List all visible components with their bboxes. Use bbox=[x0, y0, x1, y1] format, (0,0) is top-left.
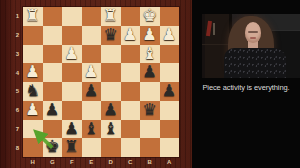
square-e4[interactable]: ♟ bbox=[82, 63, 102, 82]
file-label-g: G bbox=[43, 157, 63, 167]
file-label-a: A bbox=[160, 157, 180, 167]
person-face bbox=[245, 22, 261, 43]
person-torso bbox=[224, 48, 286, 78]
file-label-d: D bbox=[101, 157, 121, 167]
black-pawn[interactable]: ♟ bbox=[160, 82, 180, 101]
square-d4[interactable] bbox=[101, 63, 121, 82]
rank-label-5: 5 bbox=[13, 82, 22, 101]
square-b7[interactable] bbox=[140, 120, 160, 139]
person-eyes bbox=[248, 31, 258, 33]
square-h6[interactable]: ♟ bbox=[23, 101, 43, 120]
square-g6[interactable]: ♟ bbox=[43, 101, 63, 120]
square-d1[interactable]: ♜ bbox=[101, 7, 121, 26]
rank-labels: 12345678 bbox=[13, 7, 22, 157]
square-b1[interactable]: ♚ bbox=[140, 7, 160, 26]
square-h1[interactable]: ♜ bbox=[23, 7, 43, 26]
square-e3[interactable] bbox=[82, 45, 102, 64]
square-b5[interactable] bbox=[140, 82, 160, 101]
white-pawn[interactable]: ♟ bbox=[23, 101, 43, 120]
square-g8[interactable]: ♚ bbox=[43, 138, 63, 157]
square-a3[interactable] bbox=[160, 45, 180, 64]
file-label-f: F bbox=[62, 157, 82, 167]
square-a2[interactable]: ♟ bbox=[160, 26, 180, 45]
black-queen[interactable]: ♛ bbox=[101, 26, 121, 45]
square-a5[interactable]: ♟ bbox=[160, 82, 180, 101]
square-g7[interactable] bbox=[43, 120, 63, 139]
black-king[interactable]: ♚ bbox=[43, 138, 63, 157]
file-labels: HGFEDCBA bbox=[23, 157, 179, 167]
square-c3[interactable] bbox=[121, 45, 141, 64]
square-h5[interactable]: ♞ bbox=[23, 82, 43, 101]
black-knight[interactable]: ♞ bbox=[23, 82, 43, 101]
person-mouth bbox=[250, 37, 256, 39]
square-g4[interactable] bbox=[43, 63, 63, 82]
square-h2[interactable] bbox=[23, 26, 43, 45]
caption-text: Piece activity is everything. bbox=[192, 83, 300, 92]
screenshot-stage: 12345678 ♜♜♚♛♟♟♟♟♝♟♟♟♞♟♟♟♟♟♛♟♝♝♚♜ HGFEDC… bbox=[0, 0, 300, 168]
square-h3[interactable] bbox=[23, 45, 43, 64]
square-f4[interactable] bbox=[62, 63, 82, 82]
webcam-video[interactable] bbox=[202, 14, 300, 78]
book-spine bbox=[213, 23, 215, 35]
white-pawn[interactable]: ♟ bbox=[82, 63, 102, 82]
rank-label-2: 2 bbox=[13, 26, 22, 45]
chess-app-panel: 12345678 ♜♜♚♛♟♟♟♟♝♟♟♟♞♟♟♟♟♟♛♟♝♝♚♜ HGFEDC… bbox=[0, 0, 192, 168]
square-c4[interactable] bbox=[121, 63, 141, 82]
black-bishop[interactable]: ♝ bbox=[82, 120, 102, 139]
square-g5[interactable] bbox=[43, 82, 63, 101]
square-c1[interactable] bbox=[121, 7, 141, 26]
file-label-c: C bbox=[121, 157, 141, 167]
square-g2[interactable] bbox=[43, 26, 63, 45]
square-f8[interactable]: ♜ bbox=[62, 138, 82, 157]
rank-label-7: 7 bbox=[13, 120, 22, 139]
square-e5[interactable]: ♟ bbox=[82, 82, 102, 101]
rank-label-4: 4 bbox=[13, 63, 22, 82]
square-f6[interactable] bbox=[62, 101, 82, 120]
rank-label-3: 3 bbox=[13, 45, 22, 64]
white-pawn[interactable]: ♟ bbox=[23, 63, 43, 82]
square-f5[interactable] bbox=[62, 82, 82, 101]
square-d3[interactable] bbox=[101, 45, 121, 64]
square-a1[interactable] bbox=[160, 7, 180, 26]
square-e7[interactable]: ♝ bbox=[82, 120, 102, 139]
white-pawn[interactable]: ♟ bbox=[62, 45, 82, 64]
square-b3[interactable]: ♝ bbox=[140, 45, 160, 64]
black-pawn[interactable]: ♟ bbox=[43, 101, 63, 120]
square-b4[interactable]: ♟ bbox=[140, 63, 160, 82]
square-a8[interactable] bbox=[160, 138, 180, 157]
rank-label-6: 6 bbox=[13, 101, 22, 120]
square-b2[interactable]: ♟ bbox=[140, 26, 160, 45]
square-e8[interactable] bbox=[82, 138, 102, 157]
square-b8[interactable] bbox=[140, 138, 160, 157]
white-bishop[interactable]: ♝ bbox=[140, 45, 160, 64]
white-pawn[interactable]: ♟ bbox=[121, 26, 141, 45]
white-pawn[interactable]: ♟ bbox=[140, 26, 160, 45]
square-a4[interactable] bbox=[160, 63, 180, 82]
square-g1[interactable] bbox=[43, 7, 63, 26]
white-pawn[interactable]: ♟ bbox=[160, 26, 180, 45]
square-c2[interactable]: ♟ bbox=[121, 26, 141, 45]
square-c5[interactable] bbox=[121, 82, 141, 101]
square-f3[interactable]: ♟ bbox=[62, 45, 82, 64]
black-pawn[interactable]: ♟ bbox=[101, 101, 121, 120]
black-queen[interactable]: ♛ bbox=[140, 101, 160, 120]
shelf-edge bbox=[202, 44, 230, 45]
square-d5[interactable] bbox=[101, 82, 121, 101]
square-d7[interactable]: ♝ bbox=[101, 120, 121, 139]
rank-label-8: 8 bbox=[13, 138, 22, 157]
file-label-b: B bbox=[140, 157, 160, 167]
square-e6[interactable] bbox=[82, 101, 102, 120]
square-c7[interactable] bbox=[121, 120, 141, 139]
file-label-e: E bbox=[82, 157, 102, 167]
square-g3[interactable] bbox=[43, 45, 63, 64]
white-king[interactable]: ♚ bbox=[140, 7, 160, 26]
white-rook[interactable]: ♜ bbox=[23, 7, 43, 26]
square-c8[interactable] bbox=[121, 138, 141, 157]
square-d2[interactable]: ♛ bbox=[101, 26, 121, 45]
chess-board[interactable]: ♜♜♚♛♟♟♟♟♝♟♟♟♞♟♟♟♟♟♛♟♝♝♚♜ bbox=[23, 7, 179, 157]
square-d8[interactable] bbox=[101, 138, 121, 157]
square-h7[interactable] bbox=[23, 120, 43, 139]
square-h4[interactable]: ♟ bbox=[23, 63, 43, 82]
square-e2[interactable] bbox=[82, 26, 102, 45]
square-f7[interactable]: ♟ bbox=[62, 120, 82, 139]
black-bishop[interactable]: ♝ bbox=[101, 120, 121, 139]
file-label-h: H bbox=[23, 157, 43, 167]
square-a6[interactable] bbox=[160, 101, 180, 120]
black-pawn[interactable]: ♟ bbox=[140, 63, 160, 82]
black-rook[interactable]: ♜ bbox=[62, 138, 82, 157]
square-b6[interactable]: ♛ bbox=[140, 101, 160, 120]
square-c6[interactable] bbox=[121, 101, 141, 120]
black-pawn[interactable]: ♟ bbox=[82, 82, 102, 101]
square-f1[interactable] bbox=[62, 7, 82, 26]
white-rook[interactable]: ♜ bbox=[101, 7, 121, 26]
video-panel: Piece activity is everything. bbox=[192, 0, 300, 168]
square-e1[interactable] bbox=[82, 7, 102, 26]
square-f2[interactable] bbox=[62, 26, 82, 45]
square-h8[interactable] bbox=[23, 138, 43, 157]
red-book bbox=[206, 21, 212, 36]
black-pawn[interactable]: ♟ bbox=[62, 120, 82, 139]
rank-label-1: 1 bbox=[13, 7, 22, 26]
square-a7[interactable] bbox=[160, 120, 180, 139]
square-d6[interactable]: ♟ bbox=[101, 101, 121, 120]
